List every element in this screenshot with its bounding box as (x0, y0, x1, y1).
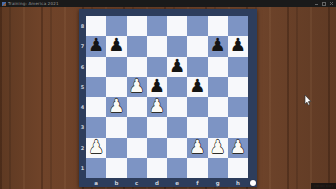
white-pawn[interactable]: ♟ (189, 138, 205, 156)
rank-label-6: 6 (79, 57, 86, 77)
square-a5[interactable] (86, 77, 106, 97)
square-c3[interactable] (127, 117, 147, 137)
file-label-c: c (127, 178, 147, 187)
square-d4[interactable]: ♟ (147, 97, 167, 117)
rank-label-7: 7 (79, 36, 86, 56)
square-e3[interactable] (167, 117, 187, 137)
square-c1[interactable] (127, 158, 147, 178)
square-c2[interactable] (127, 138, 147, 158)
white-pawn[interactable]: ♟ (149, 97, 165, 115)
square-d8[interactable] (147, 16, 167, 36)
square-b3[interactable] (106, 117, 126, 137)
white-pawn[interactable]: ♟ (108, 97, 124, 115)
square-h1[interactable] (228, 158, 248, 178)
rank-label-3: 3 (79, 117, 86, 137)
square-h4[interactable] (228, 97, 248, 117)
black-pawn[interactable]: ♟ (169, 57, 185, 75)
title-bar: Training: America 2021 (0, 0, 336, 7)
square-e5[interactable] (167, 77, 187, 97)
square-b1[interactable] (106, 158, 126, 178)
square-g4[interactable] (208, 97, 228, 117)
square-b8[interactable] (106, 16, 126, 36)
square-b4[interactable]: ♟ (106, 97, 126, 117)
square-b2[interactable] (106, 138, 126, 158)
square-g8[interactable] (208, 16, 228, 36)
square-e4[interactable] (167, 97, 187, 117)
rank-label-4: 4 (79, 97, 86, 117)
square-e8[interactable] (167, 16, 187, 36)
square-g3[interactable] (208, 117, 228, 137)
square-a6[interactable] (86, 57, 106, 77)
square-h6[interactable] (228, 57, 248, 77)
square-a4[interactable] (86, 97, 106, 117)
file-label-f: f (187, 178, 207, 187)
window-title: Training: America 2021 (8, 0, 59, 7)
square-d7[interactable] (147, 36, 167, 56)
square-f8[interactable] (187, 16, 207, 36)
square-g7[interactable]: ♟ (208, 36, 228, 56)
close-icon[interactable] (330, 2, 333, 5)
white-pawn[interactable]: ♟ (129, 77, 145, 95)
file-label-b: b (106, 178, 126, 187)
rank-label-8: 8 (79, 16, 86, 36)
square-e6[interactable]: ♟ (167, 57, 187, 77)
black-pawn[interactable]: ♟ (88, 36, 104, 54)
white-pawn[interactable]: ♟ (210, 138, 226, 156)
square-f6[interactable] (187, 57, 207, 77)
mouse-cursor (304, 91, 312, 110)
square-f2[interactable]: ♟ (187, 138, 207, 158)
file-label-a: a (86, 178, 106, 187)
square-c8[interactable] (127, 16, 147, 36)
square-b5[interactable] (106, 77, 126, 97)
square-a3[interactable] (86, 117, 106, 137)
black-pawn[interactable]: ♟ (230, 36, 246, 54)
square-f7[interactable] (187, 36, 207, 56)
square-g2[interactable]: ♟ (208, 138, 228, 158)
square-h8[interactable] (228, 16, 248, 36)
square-h7[interactable]: ♟ (228, 36, 248, 56)
square-d3[interactable] (147, 117, 167, 137)
white-to-move-indicator (250, 180, 256, 186)
black-pawn[interactable]: ♟ (108, 36, 124, 54)
rank-labels: 87654321 (79, 16, 86, 178)
watermark-badge: ········ ····· (311, 183, 336, 189)
minimize-icon[interactable] (315, 4, 318, 5)
square-d1[interactable] (147, 158, 167, 178)
square-f4[interactable] (187, 97, 207, 117)
black-pawn[interactable]: ♟ (149, 77, 165, 95)
square-d6[interactable] (147, 57, 167, 77)
white-pawn[interactable]: ♟ (88, 138, 104, 156)
maximize-icon[interactable] (322, 2, 326, 6)
square-h3[interactable] (228, 117, 248, 137)
app-icon (2, 2, 6, 6)
square-h5[interactable] (228, 77, 248, 97)
square-f5[interactable]: ♟ (187, 77, 207, 97)
square-d5[interactable]: ♟ (147, 77, 167, 97)
file-labels: abcdefgh (86, 178, 248, 187)
square-h2[interactable]: ♟ (228, 138, 248, 158)
rank-label-2: 2 (79, 138, 86, 158)
watermark-text: ········ ····· (314, 184, 333, 188)
rank-label-1: 1 (79, 158, 86, 178)
square-a2[interactable]: ♟ (86, 138, 106, 158)
square-g6[interactable] (208, 57, 228, 77)
board-grid[interactable]: ♟♟♟♟♟♟♟♟♟♟♟♟♟♟ (86, 16, 248, 178)
square-c6[interactable] (127, 57, 147, 77)
square-f1[interactable] (187, 158, 207, 178)
window-controls (315, 0, 333, 7)
file-label-g: g (208, 178, 228, 187)
white-pawn[interactable]: ♟ (230, 138, 246, 156)
square-f3[interactable] (187, 117, 207, 137)
square-c7[interactable] (127, 36, 147, 56)
black-pawn[interactable]: ♟ (210, 36, 226, 54)
square-c4[interactable] (127, 97, 147, 117)
rank-label-5: 5 (79, 77, 86, 97)
square-e7[interactable] (167, 36, 187, 56)
app-window: Training: America 2021 87654321 ♟♟♟♟♟♟♟♟… (0, 0, 336, 189)
square-c5[interactable]: ♟ (127, 77, 147, 97)
square-g5[interactable] (208, 77, 228, 97)
black-pawn[interactable]: ♟ (189, 77, 205, 95)
square-a7[interactable]: ♟ (86, 36, 106, 56)
file-label-d: d (147, 178, 167, 187)
square-e2[interactable] (167, 138, 187, 158)
square-b7[interactable]: ♟ (106, 36, 126, 56)
square-b6[interactable] (106, 57, 126, 77)
square-e1[interactable] (167, 158, 187, 178)
chess-board[interactable]: 87654321 ♟♟♟♟♟♟♟♟♟♟♟♟♟♟ abcdefgh (79, 9, 257, 187)
square-a8[interactable] (86, 16, 106, 36)
square-g1[interactable] (208, 158, 228, 178)
file-label-e: e (167, 178, 187, 187)
file-label-h: h (228, 178, 248, 187)
square-a1[interactable] (86, 158, 106, 178)
square-d2[interactable] (147, 138, 167, 158)
